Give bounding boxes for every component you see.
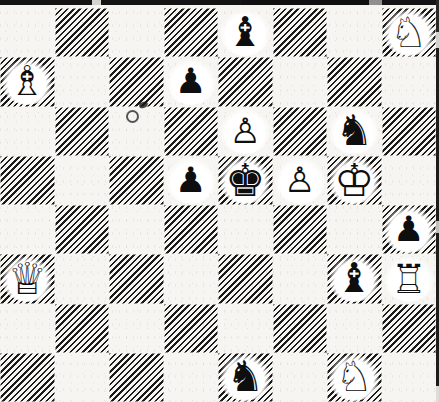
square-g1: ♘ — [327, 353, 382, 402]
square-b6 — [55, 107, 110, 156]
black-bishop-e8: ♝ — [220, 9, 270, 55]
square-g6: ♞ — [327, 107, 382, 156]
square-f7 — [273, 57, 328, 106]
square-e8: ♝ — [218, 8, 273, 57]
square-d6 — [164, 107, 219, 156]
square-b5 — [55, 156, 110, 205]
square-a2 — [0, 304, 55, 353]
square-g8 — [327, 8, 382, 57]
square-a4 — [0, 205, 55, 254]
square-d2 — [164, 304, 219, 353]
black-knight-e1: ♞ — [220, 354, 270, 400]
white-pawn-f5: ♙ — [275, 157, 325, 203]
white-bishop-a7: ♗ — [2, 59, 52, 105]
square-h2 — [382, 304, 437, 353]
square-g4 — [327, 205, 382, 254]
black-bishop-g3: ♝ — [329, 256, 379, 302]
square-e2 — [218, 304, 273, 353]
square-h8: ♘ — [382, 8, 437, 57]
square-h3: ♖ — [382, 254, 437, 303]
chess-board: ♝♘♗♟♙♞♟♚♙♔♟♕♝♖♞♘ — [0, 8, 436, 402]
square-h1 — [382, 353, 437, 402]
square-d3 — [164, 254, 219, 303]
square-c4 — [109, 205, 164, 254]
square-h7 — [382, 57, 437, 106]
square-a7: ♗ — [0, 57, 55, 106]
square-d7: ♟ — [164, 57, 219, 106]
square-e1: ♞ — [218, 353, 273, 402]
square-f4 — [273, 205, 328, 254]
square-f3 — [273, 254, 328, 303]
black-pawn-d7: ♟ — [166, 59, 216, 105]
square-h5 — [382, 156, 437, 205]
square-f8 — [273, 8, 328, 57]
square-e4 — [218, 205, 273, 254]
square-b3 — [55, 254, 110, 303]
black-pawn-d5: ♟ — [166, 157, 216, 203]
square-f5: ♙ — [273, 156, 328, 205]
square-h4: ♟ — [382, 205, 437, 254]
square-c7 — [109, 57, 164, 106]
square-e5: ♚ — [218, 156, 273, 205]
square-a3: ♕ — [0, 254, 55, 303]
square-b4 — [55, 205, 110, 254]
black-pawn-h4: ♟ — [384, 206, 434, 252]
square-b8 — [55, 8, 110, 57]
square-d5: ♟ — [164, 156, 219, 205]
white-knight-h8: ♘ — [384, 9, 434, 55]
square-b7 — [55, 57, 110, 106]
square-e3 — [218, 254, 273, 303]
square-h6 — [382, 107, 437, 156]
square-g7 — [327, 57, 382, 106]
square-a1 — [0, 353, 55, 402]
square-d8 — [164, 8, 219, 57]
square-c3 — [109, 254, 164, 303]
square-b1 — [55, 353, 110, 402]
print-smudge-ring — [126, 110, 139, 123]
square-b2 — [55, 304, 110, 353]
square-d1 — [164, 353, 219, 402]
square-g2 — [327, 304, 382, 353]
square-c2 — [109, 304, 164, 353]
scanned-chess-diagram: ♝♘♗♟♙♞♟♚♙♔♟♕♝♖♞♘ — [0, 0, 439, 402]
scan-border-top-rule — [0, 0, 439, 5]
square-a5 — [0, 156, 55, 205]
square-a8 — [0, 8, 55, 57]
square-f2 — [273, 304, 328, 353]
square-c8 — [109, 8, 164, 57]
black-knight-g6: ♞ — [329, 108, 379, 154]
square-c1 — [109, 353, 164, 402]
square-a6 — [0, 107, 55, 156]
square-f6 — [273, 107, 328, 156]
square-c5 — [109, 156, 164, 205]
white-king-g5: ♔ — [329, 157, 379, 203]
square-g5: ♔ — [327, 156, 382, 205]
square-e6: ♙ — [218, 107, 273, 156]
square-e7 — [218, 57, 273, 106]
white-rook-h3: ♖ — [384, 256, 434, 302]
square-f1 — [273, 353, 328, 402]
square-d4 — [164, 205, 219, 254]
white-pawn-e6: ♙ — [220, 108, 270, 154]
square-g3: ♝ — [327, 254, 382, 303]
white-queen-a3: ♕ — [2, 256, 52, 302]
white-knight-g1: ♘ — [329, 354, 379, 400]
black-king-e5: ♚ — [220, 157, 270, 203]
